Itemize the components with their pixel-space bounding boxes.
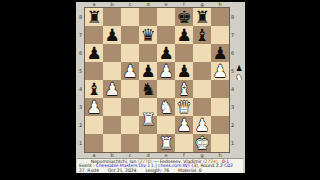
white-pawn[interactable]: ♟ — [212, 63, 227, 80]
black-pawn[interactable]: ♟ — [212, 45, 227, 62]
rank-label-2: 2 — [229, 116, 236, 134]
captured-black-pawn-icon: ♟ — [235, 64, 242, 73]
game-length: Length: 76 — [145, 169, 169, 174]
square-a8[interactable]: ♜ — [85, 8, 103, 26]
white-pawn[interactable]: ♟ — [176, 117, 191, 134]
diagram-frame: abcdefgh 87654321 ♜♚♜♟♛♟♝♟♟♟♟♟♟♟♟♝♟♞♝♟♞♛… — [76, 2, 245, 173]
square-b7[interactable]: ♟ — [103, 26, 121, 44]
square-g8[interactable]: ♜ — [193, 8, 211, 26]
black-pawn[interactable]: ♟ — [158, 45, 173, 62]
square-f1[interactable] — [175, 134, 193, 152]
black-queen[interactable]: ♛ — [140, 27, 155, 44]
square-e7[interactable] — [157, 26, 175, 44]
square-f3[interactable]: ♛ — [175, 98, 193, 116]
white-bishop[interactable]: ♝ — [176, 81, 191, 98]
white-pawn[interactable]: ♟ — [194, 117, 209, 134]
square-a7[interactable] — [85, 26, 103, 44]
square-f8[interactable]: ♚ — [175, 8, 193, 26]
square-c5[interactable]: ♟ — [121, 62, 139, 80]
square-d4[interactable]: ♞ — [139, 80, 157, 98]
square-b6[interactable] — [103, 44, 121, 62]
square-c4[interactable] — [121, 80, 139, 98]
white-king[interactable]: ♚ — [194, 135, 209, 152]
square-c1[interactable] — [121, 134, 139, 152]
square-f4[interactable]: ♝ — [175, 80, 193, 98]
white-rook[interactable]: ♜ — [158, 135, 173, 152]
rank-label-6: 6 — [229, 44, 236, 62]
rank-label-5: 5 — [77, 62, 84, 80]
black-pawn[interactable]: ♟ — [140, 63, 155, 80]
square-d5[interactable]: ♟ — [139, 62, 157, 80]
rank-label-3: 3 — [77, 98, 84, 116]
square-a5[interactable] — [85, 62, 103, 80]
rank-label-8: 8 — [229, 8, 236, 26]
square-e1[interactable]: ♜ — [157, 134, 175, 152]
square-f6[interactable] — [175, 44, 193, 62]
rank-label-2: 2 — [77, 116, 84, 134]
square-b8[interactable] — [103, 8, 121, 26]
square-d8[interactable] — [139, 8, 157, 26]
caption-panel: Nepomniachtchi, Ian (2770) — Fedoseev, V… — [77, 158, 243, 173]
rank-labels-left: 87654321 — [77, 8, 84, 152]
square-d2[interactable]: ♜ — [139, 116, 157, 134]
video-frame: abcdefgh 87654321 ♜♚♜♟♛♟♝♟♟♟♟♟♟♟♟♝♟♞♝♟♞♛… — [0, 0, 320, 180]
square-a1[interactable] — [85, 134, 103, 152]
captured-white-knight-icon: ♞ — [235, 73, 242, 82]
square-g1[interactable]: ♚ — [193, 134, 211, 152]
square-f2[interactable]: ♟ — [175, 116, 193, 134]
square-h7[interactable] — [211, 26, 229, 44]
square-e4[interactable] — [157, 80, 175, 98]
square-d7[interactable]: ♛ — [139, 26, 157, 44]
square-d6[interactable] — [139, 44, 157, 62]
rank-label-4: 4 — [77, 80, 84, 98]
square-e2[interactable] — [157, 116, 175, 134]
white-knight[interactable]: ♞ — [158, 99, 173, 116]
square-b1[interactable] — [103, 134, 121, 152]
square-g7[interactable]: ♝ — [193, 26, 211, 44]
square-c3[interactable] — [121, 98, 139, 116]
square-g3[interactable] — [193, 98, 211, 116]
white-pawn[interactable]: ♟ — [122, 63, 137, 80]
square-g4[interactable] — [193, 80, 211, 98]
black-rook[interactable]: ♜ — [194, 9, 209, 26]
rank-label-4: 4 — [229, 80, 236, 98]
eco-code-link[interactable]: C02 — [224, 163, 233, 168]
move-played: 27. Rxd4 — [79, 169, 99, 174]
rank-label-1: 1 — [77, 134, 84, 152]
square-g5[interactable] — [193, 62, 211, 80]
black-bishop[interactable]: ♝ — [86, 81, 101, 98]
square-b2[interactable] — [103, 116, 121, 134]
square-c7[interactable] — [121, 26, 139, 44]
square-c8[interactable] — [121, 8, 139, 26]
square-b3[interactable] — [103, 98, 121, 116]
black-king[interactable]: ♚ — [176, 9, 191, 26]
square-h4[interactable] — [211, 80, 229, 98]
white-rook[interactable]: ♜ — [140, 111, 155, 128]
square-a3[interactable]: ♟ — [85, 98, 103, 116]
square-h1[interactable] — [211, 134, 229, 152]
rank-label-7: 7 — [77, 26, 84, 44]
rank-label-3: 3 — [229, 98, 236, 116]
black-pawn[interactable]: ♟ — [86, 45, 101, 62]
black-pawn[interactable]: ♟ — [104, 27, 119, 44]
board: ♜♚♜♟♛♟♝♟♟♟♟♟♟♟♟♝♟♞♝♟♞♛♜♟♟♜♚ — [84, 7, 230, 153]
black-bishop[interactable]: ♝ — [194, 27, 209, 44]
square-a6[interactable]: ♟ — [85, 44, 103, 62]
white-pawn[interactable]: ♟ — [104, 81, 119, 98]
material-tray: ♟♞ — [234, 64, 244, 82]
material-balance: Material: 0 — [178, 169, 202, 174]
square-b4[interactable]: ♟ — [103, 80, 121, 98]
square-a4[interactable]: ♝ — [85, 80, 103, 98]
white-pawn[interactable]: ♟ — [158, 63, 173, 80]
square-f5[interactable]: ♟ — [175, 62, 193, 80]
square-e3[interactable]: ♞ — [157, 98, 175, 116]
move-info-line: 27. Rxd4 Oct 21, 2024 Length: 76 Materia… — [77, 169, 243, 174]
square-d1[interactable] — [139, 134, 157, 152]
rank-label-8: 8 — [77, 8, 84, 26]
square-h3[interactable] — [211, 98, 229, 116]
square-h6[interactable]: ♟ — [211, 44, 229, 62]
game-date: Oct 21, 2024 — [108, 169, 137, 174]
white-queen[interactable]: ♛ — [176, 99, 191, 116]
rank-label-1: 1 — [229, 134, 236, 152]
square-c6[interactable] — [121, 44, 139, 62]
square-a2[interactable] — [85, 116, 103, 134]
square-g2[interactable]: ♟ — [193, 116, 211, 134]
black-knight[interactable]: ♞ — [140, 81, 155, 98]
black-pawn[interactable]: ♟ — [176, 63, 191, 80]
square-b5[interactable] — [103, 62, 121, 80]
square-f7[interactable]: ♟ — [175, 26, 193, 44]
square-e8[interactable] — [157, 8, 175, 26]
black-pawn[interactable]: ♟ — [176, 27, 191, 44]
square-g6[interactable] — [193, 44, 211, 62]
square-e6[interactable]: ♟ — [157, 44, 175, 62]
black-rook[interactable]: ♜ — [86, 9, 101, 26]
square-h8[interactable] — [211, 8, 229, 26]
square-h2[interactable] — [211, 116, 229, 134]
rank-label-6: 6 — [77, 44, 84, 62]
white-pawn[interactable]: ♟ — [86, 99, 101, 116]
square-h5[interactable]: ♟ — [211, 62, 229, 80]
square-e5[interactable]: ♟ — [157, 62, 175, 80]
rank-label-7: 7 — [229, 26, 236, 44]
square-c2[interactable] — [121, 116, 139, 134]
